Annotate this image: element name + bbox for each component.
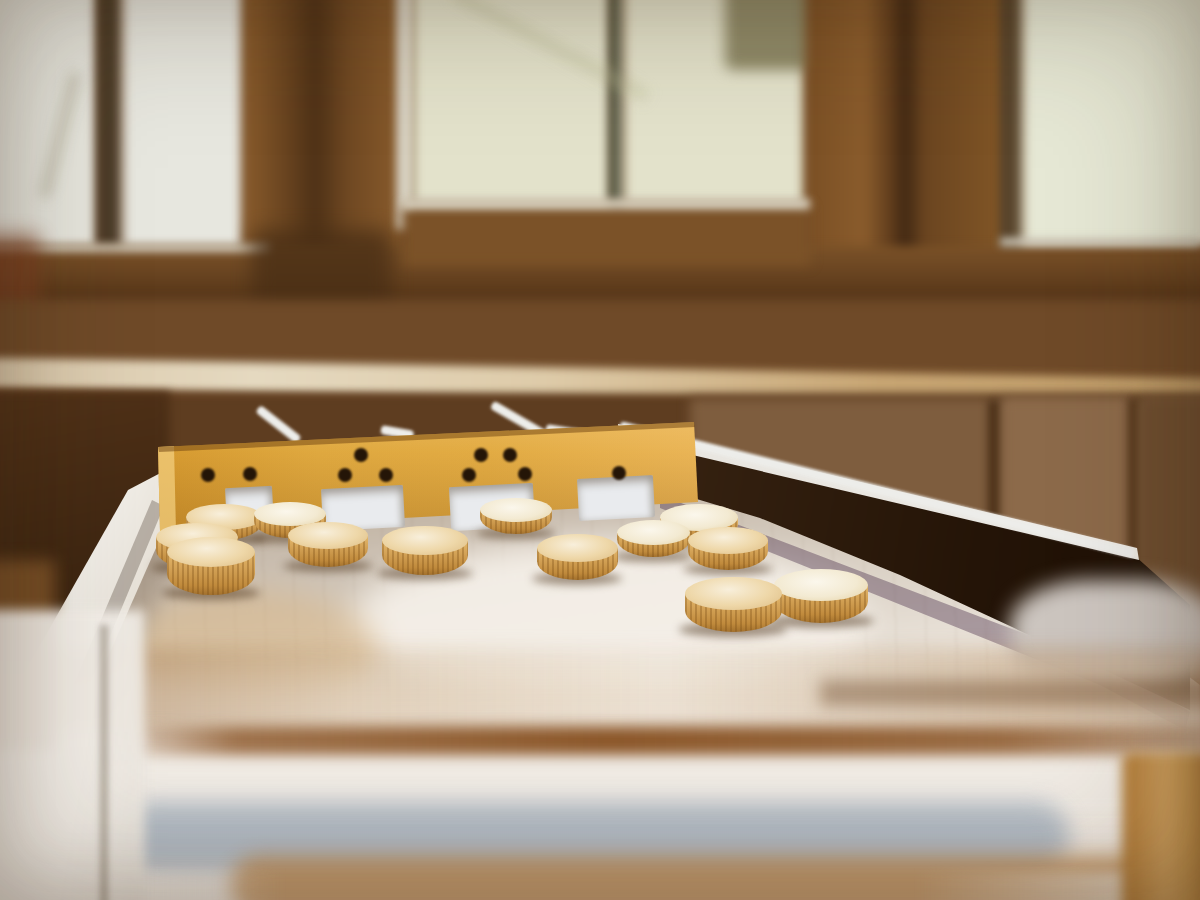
window-pane-right [1022, 0, 1200, 248]
foreground-wood-post [1122, 752, 1200, 900]
gate-pip-2pt [243, 467, 257, 481]
puck-top-face [537, 534, 618, 562]
window-frame-post-right [805, 0, 1004, 275]
puck-13 [774, 569, 868, 623]
puck-9 [617, 520, 690, 557]
puck-top-face [685, 577, 782, 610]
puck-top-face [167, 537, 255, 567]
window-pane-left-a [0, 0, 97, 252]
foreground-bottom-corners [0, 872, 1200, 900]
puck-top-face [288, 522, 368, 549]
puck-5 [167, 537, 255, 595]
window-pane-left-b [122, 0, 245, 254]
sill-highlight-left [0, 244, 270, 252]
gate-pip-4pt [518, 467, 532, 481]
puck-top-face [382, 526, 468, 555]
foreground-left-seam [100, 625, 108, 900]
foreground-right-seam [820, 680, 1200, 706]
gate-arch-1pt [577, 475, 655, 521]
window-pane-center-a [412, 0, 612, 210]
puck-7 [382, 526, 468, 575]
photo-sjoelbak-scene [0, 0, 1200, 900]
foreground-left-white [0, 610, 145, 900]
gate-pip-3pt [379, 468, 393, 482]
window-frame-edge-right [1000, 0, 1024, 260]
puck-6 [288, 522, 368, 567]
puck-8 [537, 534, 618, 580]
center-window-bottom-frame [402, 205, 810, 265]
puck-top-face [774, 569, 868, 601]
puck-11 [688, 527, 768, 570]
gate-pip-3pt [354, 448, 368, 462]
center-window-bottom-highlight [402, 199, 810, 209]
window-muntin-left [97, 0, 122, 252]
gate-pip-1pt [612, 466, 626, 480]
puck-top-face [688, 527, 768, 554]
puck-top-face [617, 520, 690, 545]
gate-pip-4pt [462, 468, 476, 482]
sill-highlight-right [1000, 238, 1200, 246]
gate-pip-4pt [474, 448, 488, 462]
gate-pip-3pt [338, 468, 352, 482]
puck-3 [480, 498, 552, 534]
gate-pip-2pt [201, 468, 215, 482]
gate-pip-4pt [503, 448, 517, 462]
puck-top-face [480, 498, 552, 522]
puck-12 [685, 577, 782, 632]
